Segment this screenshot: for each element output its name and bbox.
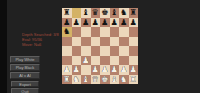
play-black-button[interactable]: Play Black — [10, 64, 40, 71]
square-d1[interactable]: ♛ — [91, 75, 101, 85]
play-white-button[interactable]: Play White — [10, 56, 40, 63]
square-e8[interactable]: ♚ — [100, 8, 110, 18]
piece-white-pawn: ♟ — [111, 65, 118, 75]
square-e3[interactable] — [100, 56, 110, 66]
square-g2[interactable]: ♟ — [119, 65, 129, 75]
piece-black-king: ♚ — [101, 8, 108, 18]
square-e1[interactable]: ♚ — [100, 75, 110, 85]
piece-black-pawn: ♟ — [73, 18, 80, 28]
square-f3[interactable] — [110, 56, 120, 66]
ai-vs-ai-button[interactable]: AI v AI — [10, 72, 40, 79]
square-f4[interactable] — [110, 46, 120, 56]
square-f1[interactable]: ♝ — [110, 75, 120, 85]
square-h1[interactable]: ♜ — [129, 75, 139, 85]
square-a5[interactable] — [62, 37, 72, 47]
engine-info-panel: Depth Searched: 3/8 Eval: 95/36 Move: Na… — [22, 33, 60, 47]
piece-white-knight: ♞ — [120, 75, 127, 85]
piece-white-pawn: ♟ — [82, 56, 89, 66]
square-d3[interactable] — [91, 56, 101, 66]
square-g5[interactable] — [119, 37, 129, 47]
square-h8[interactable]: ♜ — [129, 8, 139, 18]
square-b5[interactable] — [72, 37, 82, 47]
piece-white-bishop: ♝ — [82, 75, 89, 85]
square-h7[interactable]: ♟ — [129, 18, 139, 28]
piece-white-king: ♚ — [101, 75, 108, 85]
square-h3[interactable] — [129, 56, 139, 66]
piece-black-pawn: ♟ — [120, 18, 127, 28]
piece-white-rook: ♜ — [63, 75, 70, 85]
square-d8[interactable]: ♛ — [91, 8, 101, 18]
piece-black-pawn: ♟ — [130, 18, 137, 28]
square-b8[interactable] — [72, 8, 82, 18]
system-button-group: Export Quit — [10, 81, 40, 93]
piece-black-pawn: ♟ — [63, 18, 70, 28]
square-c8[interactable]: ♝ — [81, 8, 91, 18]
square-d5[interactable] — [91, 37, 101, 47]
mode-button-group: Play White Play Black AI v AI — [10, 56, 40, 80]
square-b4[interactable] — [72, 46, 82, 56]
square-f7[interactable]: ♟ — [110, 18, 120, 28]
piece-white-rook: ♜ — [130, 75, 137, 85]
square-e6[interactable] — [100, 27, 110, 37]
square-g8[interactable]: ♞ — [119, 8, 129, 18]
square-f8[interactable]: ♝ — [110, 8, 120, 18]
square-h2[interactable]: ♟ — [129, 65, 139, 75]
square-c2[interactable] — [81, 65, 91, 75]
square-e2[interactable]: ♟ — [100, 65, 110, 75]
square-h5[interactable] — [129, 37, 139, 47]
square-g7[interactable]: ♟ — [119, 18, 129, 28]
square-h6[interactable] — [129, 27, 139, 37]
square-a6[interactable]: ♞ — [62, 27, 72, 37]
piece-black-pawn: ♟ — [82, 18, 89, 28]
piece-white-bishop: ♝ — [111, 75, 118, 85]
piece-white-queen: ♛ — [92, 75, 99, 85]
piece-black-rook: ♜ — [130, 8, 137, 18]
export-button[interactable]: Export — [11, 81, 39, 87]
piece-black-bishop: ♝ — [111, 8, 118, 18]
piece-white-pawn: ♟ — [63, 65, 70, 75]
square-f5[interactable] — [110, 37, 120, 47]
left-edge-strip — [0, 0, 7, 93]
square-e7[interactable]: ♟ — [100, 18, 110, 28]
square-c7[interactable]: ♟ — [81, 18, 91, 28]
square-c6[interactable] — [81, 27, 91, 37]
square-g4[interactable] — [119, 46, 129, 56]
piece-white-pawn: ♟ — [120, 65, 127, 75]
square-g3[interactable] — [119, 56, 129, 66]
piece-black-pawn: ♟ — [92, 18, 99, 28]
piece-white-pawn: ♟ — [92, 65, 99, 75]
piece-black-pawn: ♟ — [101, 18, 108, 28]
app-window: Depth Searched: 3/8 Eval: 95/36 Move: Na… — [0, 0, 200, 93]
square-d6[interactable] — [91, 27, 101, 37]
piece-black-pawn: ♟ — [111, 18, 118, 28]
square-c4[interactable] — [81, 46, 91, 56]
piece-white-knight: ♞ — [73, 75, 80, 85]
piece-white-pawn: ♟ — [73, 65, 80, 75]
square-d4[interactable] — [91, 46, 101, 56]
chess-board: ♜♝♛♚♝♞♜♟♟♟♟♟♟♟♟♞♟♟♟♟♟♟♟♟♜♞♝♛♚♝♞♜ — [62, 8, 138, 84]
square-d2[interactable]: ♟ — [91, 65, 101, 75]
square-b2[interactable]: ♟ — [72, 65, 82, 75]
piece-white-pawn: ♟ — [101, 65, 108, 75]
square-h4[interactable] — [129, 46, 139, 56]
piece-white-pawn: ♟ — [130, 65, 137, 75]
square-f2[interactable]: ♟ — [110, 65, 120, 75]
square-d7[interactable]: ♟ — [91, 18, 101, 28]
square-b7[interactable]: ♟ — [72, 18, 82, 28]
square-c1[interactable]: ♝ — [81, 75, 91, 85]
square-b1[interactable]: ♞ — [72, 75, 82, 85]
square-g1[interactable]: ♞ — [119, 75, 129, 85]
engine-move-text: Move: Na6 — [22, 43, 60, 48]
square-g6[interactable] — [119, 27, 129, 37]
square-a8[interactable]: ♜ — [62, 8, 72, 18]
square-b6[interactable] — [72, 27, 82, 37]
piece-black-bishop: ♝ — [82, 8, 89, 18]
square-a7[interactable]: ♟ — [62, 18, 72, 28]
piece-black-rook: ♜ — [63, 8, 70, 18]
square-a1[interactable]: ♜ — [62, 75, 72, 85]
square-e4[interactable] — [100, 46, 110, 56]
square-a4[interactable] — [62, 46, 72, 56]
quit-button[interactable]: Quit — [11, 88, 39, 93]
piece-black-knight: ♞ — [63, 27, 70, 37]
square-a2[interactable]: ♟ — [62, 65, 72, 75]
piece-black-queen: ♛ — [92, 8, 99, 18]
square-e5[interactable] — [100, 37, 110, 47]
square-f6[interactable] — [110, 27, 120, 37]
square-b3[interactable] — [72, 56, 82, 66]
square-c3[interactable]: ♟ — [81, 56, 91, 66]
square-a3[interactable] — [62, 56, 72, 66]
square-c5[interactable] — [81, 37, 91, 47]
piece-black-knight: ♞ — [120, 8, 127, 18]
